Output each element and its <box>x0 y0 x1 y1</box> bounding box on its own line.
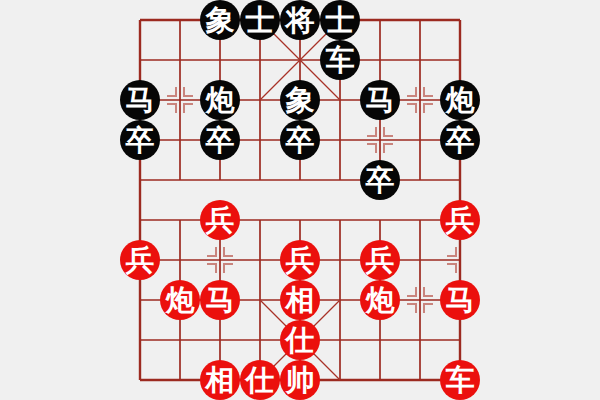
piece-red-chariot[interactable]: 车 <box>440 360 480 400</box>
piece-black-general[interactable]: 将 <box>280 0 320 40</box>
xiangqi-board: 象士将士车马炮象马炮卒卒卒卒卒兵兵兵兵兵炮马相炮马仕相仕帅车 <box>0 0 600 400</box>
piece-black-soldier[interactable]: 卒 <box>440 120 480 160</box>
piece-red-cannon[interactable]: 炮 <box>360 280 400 320</box>
piece-red-advisor[interactable]: 仕 <box>280 320 320 360</box>
piece-red-soldier[interactable]: 兵 <box>360 240 400 280</box>
piece-black-cannon[interactable]: 炮 <box>200 80 240 120</box>
piece-black-advisor[interactable]: 士 <box>240 0 280 40</box>
piece-red-soldier[interactable]: 兵 <box>120 240 160 280</box>
piece-black-chariot[interactable]: 车 <box>320 40 360 80</box>
piece-black-elephant[interactable]: 象 <box>200 0 240 40</box>
piece-black-horse[interactable]: 马 <box>360 80 400 120</box>
piece-red-cannon[interactable]: 炮 <box>160 280 200 320</box>
piece-red-general[interactable]: 帅 <box>280 360 320 400</box>
piece-red-soldier[interactable]: 兵 <box>200 200 240 240</box>
piece-black-horse[interactable]: 马 <box>120 80 160 120</box>
piece-red-soldier[interactable]: 兵 <box>280 240 320 280</box>
piece-black-soldier[interactable]: 卒 <box>120 120 160 160</box>
piece-black-soldier[interactable]: 卒 <box>200 120 240 160</box>
piece-red-horse[interactable]: 马 <box>440 280 480 320</box>
piece-black-elephant[interactable]: 象 <box>280 80 320 120</box>
piece-red-soldier[interactable]: 兵 <box>440 200 480 240</box>
piece-red-advisor[interactable]: 仕 <box>240 360 280 400</box>
piece-red-elephant[interactable]: 相 <box>200 360 240 400</box>
piece-black-advisor[interactable]: 士 <box>320 0 360 40</box>
piece-red-elephant[interactable]: 相 <box>280 280 320 320</box>
piece-black-cannon[interactable]: 炮 <box>440 80 480 120</box>
piece-black-soldier[interactable]: 卒 <box>280 120 320 160</box>
pieces-layer: 象士将士车马炮象马炮卒卒卒卒卒兵兵兵兵兵炮马相炮马仕相仕帅车 <box>0 0 600 400</box>
piece-red-horse[interactable]: 马 <box>200 280 240 320</box>
piece-black-soldier[interactable]: 卒 <box>360 160 400 200</box>
